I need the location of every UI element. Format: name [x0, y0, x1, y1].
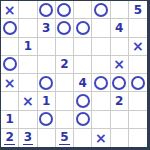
cell-r4c2[interactable] [19, 56, 37, 74]
cell-r8c7[interactable] [111, 129, 129, 147]
cell-r3c3[interactable] [38, 38, 56, 56]
cell-r7c8[interactable] [129, 111, 147, 129]
cell-r8c8[interactable] [129, 129, 147, 147]
cell-r2c2[interactable] [19, 19, 37, 37]
cell-r8c6[interactable]: × [92, 129, 110, 147]
cell-r3c6[interactable] [92, 38, 110, 56]
cell-r1c7[interactable] [111, 1, 129, 19]
circle-mark [3, 57, 17, 71]
digit: 1 [23, 40, 33, 52]
cell-r7c1[interactable]: 1 [1, 111, 19, 129]
cell-r2c1[interactable] [1, 19, 19, 37]
cell-r2c8[interactable] [129, 19, 147, 37]
circle-mark [76, 94, 90, 108]
puzzle-board: ×5341×2××4×121235× [0, 0, 150, 150]
cross-mark: × [113, 57, 125, 71]
circle-mark [39, 112, 53, 126]
digit: 5 [59, 131, 69, 145]
cell-r7c5[interactable] [74, 111, 92, 129]
cell-r7c2[interactable] [19, 111, 37, 129]
cell-r5c7[interactable] [111, 74, 129, 92]
cell-r5c6[interactable] [92, 74, 110, 92]
cell-r1c2[interactable] [19, 1, 37, 19]
cell-r3c2[interactable]: 1 [19, 38, 37, 56]
digit: 3 [23, 131, 33, 145]
cell-r6c3[interactable]: 1 [38, 92, 56, 110]
cell-r1c5[interactable] [74, 1, 92, 19]
cell-r4c3[interactable] [38, 56, 56, 74]
cell-r4c7[interactable]: × [111, 56, 129, 74]
cell-r8c1[interactable]: 2 [1, 129, 19, 147]
circle-mark [76, 21, 90, 35]
cell-r8c4[interactable]: 5 [56, 129, 74, 147]
cell-r6c7[interactable]: 2 [111, 92, 129, 110]
cell-r4c8[interactable] [129, 56, 147, 74]
cell-r2c6[interactable] [92, 19, 110, 37]
circle-mark [131, 76, 145, 90]
cell-r3c7[interactable] [111, 38, 129, 56]
cell-r7c4[interactable] [56, 111, 74, 129]
circle-mark [112, 76, 126, 90]
cell-r4c6[interactable] [92, 56, 110, 74]
cell-r3c4[interactable] [56, 38, 74, 56]
cell-r1c6[interactable] [92, 1, 110, 19]
digit: 1 [4, 113, 14, 125]
cell-r3c5[interactable] [74, 38, 92, 56]
digit: 2 [114, 95, 124, 107]
cell-r4c1[interactable] [1, 56, 19, 74]
digit: 4 [77, 77, 87, 89]
circle-mark [57, 3, 71, 17]
cell-r6c1[interactable] [1, 92, 19, 110]
cell-r6c8[interactable] [129, 92, 147, 110]
circle-mark [39, 76, 53, 90]
cell-r5c5[interactable]: 4 [74, 74, 92, 92]
cell-r2c5[interactable] [74, 19, 92, 37]
digit: 2 [59, 58, 69, 70]
cell-r2c4[interactable] [56, 19, 74, 37]
cell-r6c6[interactable] [92, 92, 110, 110]
cell-r2c7[interactable]: 4 [111, 19, 129, 37]
cell-r3c8[interactable]: × [129, 38, 147, 56]
cell-r5c4[interactable] [56, 74, 74, 92]
cell-r7c7[interactable] [111, 111, 129, 129]
digit: 2 [4, 131, 14, 145]
cell-r8c2[interactable]: 3 [19, 129, 37, 147]
cell-r3c1[interactable] [1, 38, 19, 56]
cell-r6c5[interactable] [74, 92, 92, 110]
cell-r6c4[interactable] [56, 92, 74, 110]
cell-r8c3[interactable] [38, 129, 56, 147]
cell-r7c3[interactable] [38, 111, 56, 129]
cell-r4c5[interactable] [74, 56, 92, 74]
cell-r5c2[interactable] [19, 74, 37, 92]
cell-r1c1[interactable]: × [1, 1, 19, 19]
cross-mark: × [95, 130, 107, 144]
cell-r1c8[interactable]: 5 [129, 1, 147, 19]
cross-mark: × [4, 75, 16, 89]
cell-r1c4[interactable] [56, 1, 74, 19]
digit: 4 [114, 22, 124, 34]
circle-mark [76, 112, 90, 126]
cell-r5c8[interactable] [129, 74, 147, 92]
cross-mark: × [132, 39, 144, 53]
digit: 5 [133, 4, 143, 16]
cell-r5c3[interactable] [38, 74, 56, 92]
digit: 1 [41, 95, 51, 107]
circle-mark [94, 76, 108, 90]
circle-mark [57, 21, 71, 35]
cell-r8c5[interactable] [74, 129, 92, 147]
cell-r1c3[interactable] [38, 1, 56, 19]
circle-mark [3, 21, 17, 35]
digit: 3 [41, 22, 51, 34]
cross-mark: × [4, 2, 16, 16]
cell-r7c6[interactable] [92, 111, 110, 129]
cell-r6c2[interactable]: × [19, 92, 37, 110]
cross-mark: × [22, 93, 34, 107]
circle-mark [94, 3, 108, 17]
circle-mark [39, 3, 53, 17]
cell-r5c1[interactable]: × [1, 74, 19, 92]
cell-r4c4[interactable]: 2 [56, 56, 74, 74]
cell-r2c3[interactable]: 3 [38, 19, 56, 37]
